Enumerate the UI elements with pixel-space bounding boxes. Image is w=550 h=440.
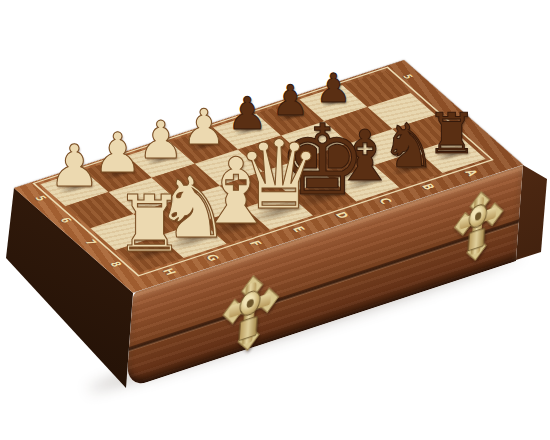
chess-piece-white-rook-h8: ♜ [115,185,185,263]
file-label-a: A [461,166,483,179]
brass-latch-icon [226,277,272,351]
brass-latch-icon [457,192,497,260]
file-label-b: B [417,180,439,193]
folding-chess-box-scene: 5678 HGFEDCBA 5 ♟♟♟♟♟♟♟♜♞♝♛♚♝♞♜ [0,0,550,440]
chess-piece-white-pawn-h5: ♟ [49,137,101,195]
chess-piece-black-pawn-b5: ♟ [315,68,351,108]
